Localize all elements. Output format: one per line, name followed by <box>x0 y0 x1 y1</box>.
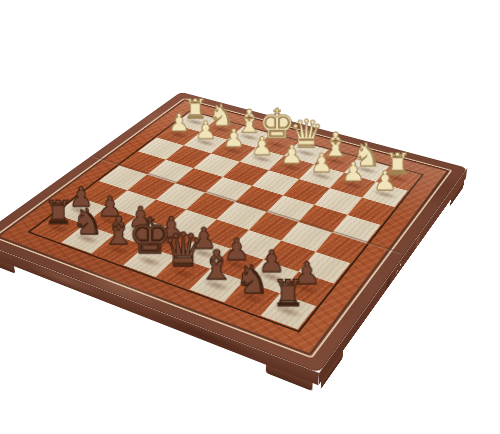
board-foot <box>0 253 15 274</box>
pieces-layer: ♜♞♝♚♛♝♞♜♟♟♟♟♟♟♟♟♟♟♟♟♟♟♟♟♜♞♝♚♛♝♞♜ <box>0 92 467 373</box>
piece-white-pawn: ♟ <box>365 147 404 194</box>
p-glyph: ♟ <box>341 160 365 185</box>
p-glyph: ♟ <box>280 143 303 167</box>
piece-black-rook: ♜ <box>265 254 312 310</box>
r-glyph: ♜ <box>272 276 305 311</box>
hinge-rivet <box>400 262 402 266</box>
p-glyph: ♟ <box>195 119 217 142</box>
p-glyph: ♟ <box>373 169 397 194</box>
product-photo-stage: ♜♞♝♚♛♝♞♜♟♟♟♟♟♟♟♟♟♟♟♟♟♟♟♟♜♞♝♚♛♝♞♜ <box>0 0 500 434</box>
p-glyph: ♟ <box>251 135 274 159</box>
p-glyph: ♟ <box>310 151 333 176</box>
board-foot <box>266 365 313 392</box>
p-glyph: ♟ <box>168 112 190 135</box>
chess-board: ♜♞♝♚♛♝♞♜♟♟♟♟♟♟♟♟♟♟♟♟♟♟♟♟♜♞♝♚♛♝♞♜ <box>0 92 467 373</box>
hinge-rivet <box>396 269 398 273</box>
p-glyph: ♟ <box>222 127 244 150</box>
